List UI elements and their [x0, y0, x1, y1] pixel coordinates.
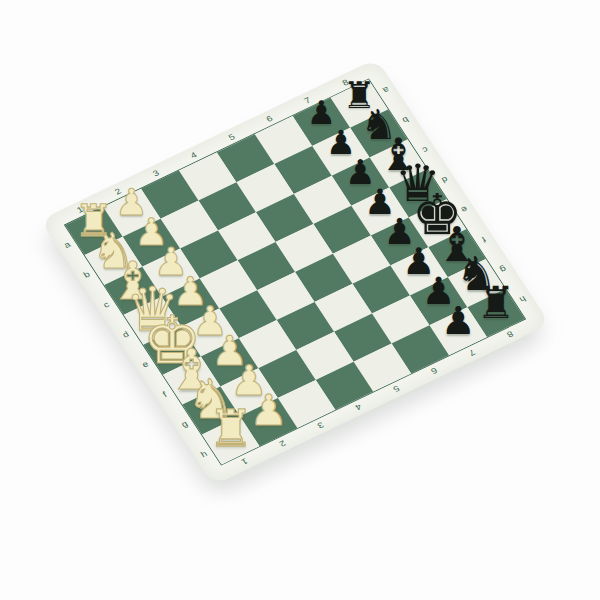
chess-mat: abcdefgh abcdefgh 87654321 87654321 ♜♞♝♛… — [40, 58, 550, 485]
product-photo: abcdefgh abcdefgh 87654321 87654321 ♜♞♝♛… — [0, 0, 600, 600]
chess-board: ♜♞♝♛♚♝♞♜♟♟♟♟♟♟♟♟♟♟♟♟♟♟♟♟♜♞♝♛♚♝♞♜ — [65, 80, 525, 465]
